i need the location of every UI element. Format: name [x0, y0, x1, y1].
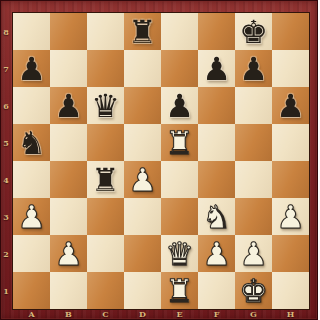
square-d3 [124, 198, 161, 235]
square-c2 [87, 235, 124, 272]
rank-label-1: 1 [0, 272, 12, 309]
black-pawn-e6: ♟ [161, 87, 198, 124]
white-pawn-f2: ♟ [198, 235, 235, 272]
square-a6 [13, 87, 50, 124]
square-e7 [161, 50, 198, 87]
rank-label-4: 4 [0, 161, 12, 198]
rank-label-5: 5 [0, 124, 12, 161]
square-f4 [198, 161, 235, 198]
square-h3: ♟ [272, 198, 309, 235]
square-f8 [198, 13, 235, 50]
square-c8 [87, 13, 124, 50]
square-g3 [235, 198, 272, 235]
file-labels: ABCDEFGH [13, 309, 309, 319]
file-label-h: H [272, 309, 309, 319]
white-pawn-d4: ♟ [124, 161, 161, 198]
white-pawn-b2: ♟ [50, 235, 87, 272]
file-label-b: B [50, 309, 87, 319]
square-d2 [124, 235, 161, 272]
square-d6 [124, 87, 161, 124]
square-f6 [198, 87, 235, 124]
white-knight-f3: ♞ [198, 198, 235, 235]
black-pawn-g7: ♟ [235, 50, 272, 87]
square-b2: ♟ [50, 235, 87, 272]
rank-labels: 87654321 [0, 13, 12, 309]
rank-label-2: 2 [0, 235, 12, 272]
rank-label-3: 3 [0, 198, 12, 235]
square-e5: ♜ [161, 124, 198, 161]
black-king-g8: ♚ [235, 13, 272, 50]
square-b4 [50, 161, 87, 198]
square-g2: ♟ [235, 235, 272, 272]
square-g1: ♚ [235, 272, 272, 309]
black-pawn-a7: ♟ [13, 50, 50, 87]
square-c6: ♛ [87, 87, 124, 124]
square-e1: ♜ [161, 272, 198, 309]
file-label-f: F [198, 309, 235, 319]
square-b7 [50, 50, 87, 87]
rank-label-8: 8 [0, 13, 12, 50]
square-a7: ♟ [13, 50, 50, 87]
square-a1 [13, 272, 50, 309]
square-d8: ♜ [124, 13, 161, 50]
file-label-a: A [13, 309, 50, 319]
file-label-d: D [124, 309, 161, 319]
black-rook-c4: ♜ [87, 161, 124, 198]
chess-board: ♜♚♟♟♟♟♛♟♟♞♜♜♟♟♞♟♟♛♟♟♜♚ [12, 12, 310, 310]
square-e4 [161, 161, 198, 198]
square-a2 [13, 235, 50, 272]
square-a3: ♟ [13, 198, 50, 235]
file-label-e: E [161, 309, 198, 319]
file-label-g: G [235, 309, 272, 319]
black-queen-c6: ♛ [87, 87, 124, 124]
chess-diagram: 87654321 ABCDEFGH ♜♚♟♟♟♟♛♟♟♞♜♜♟♟♞♟♟♛♟♟♜♚ [0, 0, 320, 320]
black-rook-d8: ♜ [124, 13, 161, 50]
square-f2: ♟ [198, 235, 235, 272]
square-d7 [124, 50, 161, 87]
square-b1 [50, 272, 87, 309]
white-pawn-h3: ♟ [272, 198, 309, 235]
square-e3 [161, 198, 198, 235]
rank-label-6: 6 [0, 87, 12, 124]
white-rook-e1: ♜ [161, 272, 198, 309]
square-g8: ♚ [235, 13, 272, 50]
square-d1 [124, 272, 161, 309]
white-pawn-a3: ♟ [13, 198, 50, 235]
square-h5 [272, 124, 309, 161]
white-king-g1: ♚ [235, 272, 272, 309]
black-pawn-f7: ♟ [198, 50, 235, 87]
square-h8 [272, 13, 309, 50]
white-rook-e5: ♜ [161, 124, 198, 161]
square-h2 [272, 235, 309, 272]
square-c7 [87, 50, 124, 87]
square-b5 [50, 124, 87, 161]
square-f7: ♟ [198, 50, 235, 87]
square-h6: ♟ [272, 87, 309, 124]
white-queen-e2: ♛ [161, 235, 198, 272]
white-pawn-g2: ♟ [235, 235, 272, 272]
square-e8 [161, 13, 198, 50]
square-g5 [235, 124, 272, 161]
black-pawn-b6: ♟ [50, 87, 87, 124]
black-pawn-h6: ♟ [272, 87, 309, 124]
square-a5: ♞ [13, 124, 50, 161]
square-c5 [87, 124, 124, 161]
black-knight-a5: ♞ [13, 124, 50, 161]
square-c1 [87, 272, 124, 309]
square-f3: ♞ [198, 198, 235, 235]
square-d5 [124, 124, 161, 161]
rank-label-7: 7 [0, 50, 12, 87]
square-h1 [272, 272, 309, 309]
square-b8 [50, 13, 87, 50]
square-h7 [272, 50, 309, 87]
square-f1 [198, 272, 235, 309]
square-b3 [50, 198, 87, 235]
square-c3 [87, 198, 124, 235]
square-g6 [235, 87, 272, 124]
square-h4 [272, 161, 309, 198]
square-g7: ♟ [235, 50, 272, 87]
square-d4: ♟ [124, 161, 161, 198]
square-c4: ♜ [87, 161, 124, 198]
square-a4 [13, 161, 50, 198]
square-f5 [198, 124, 235, 161]
square-e2: ♛ [161, 235, 198, 272]
file-label-c: C [87, 309, 124, 319]
square-g4 [235, 161, 272, 198]
square-b6: ♟ [50, 87, 87, 124]
square-a8 [13, 13, 50, 50]
square-e6: ♟ [161, 87, 198, 124]
